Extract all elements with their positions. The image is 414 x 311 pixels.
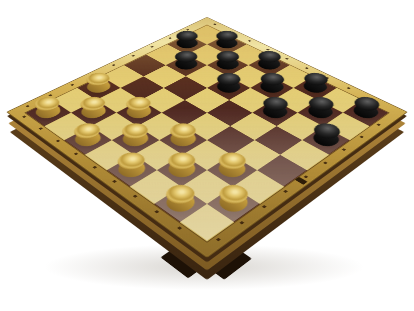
white-piece[interactable] [122, 103, 156, 123]
board-frame [6, 17, 408, 258]
white-piece[interactable] [214, 191, 254, 218]
black-piece[interactable] [256, 79, 288, 97]
checkers-board [24, 25, 389, 243]
black-piece[interactable] [254, 57, 285, 73]
white-piece[interactable] [213, 159, 251, 183]
black-piece[interactable] [171, 57, 202, 73]
board-tilt-wrapper [6, 17, 408, 258]
